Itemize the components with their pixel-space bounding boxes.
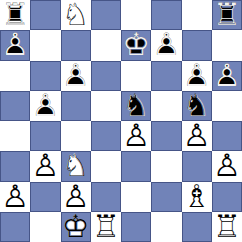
square-g4[interactable]: ♟♙ [182, 121, 212, 151]
square-a8[interactable]: ♜♖ [0, 0, 30, 30]
white-pawn: ♟♙ [182, 121, 212, 151]
square-a7[interactable]: ♟♙ [0, 30, 30, 60]
piece-fill-layer: ♟ [212, 150, 242, 180]
square-f8[interactable] [151, 0, 181, 30]
piece-outline-layer: ♙ [61, 60, 91, 90]
square-f4[interactable] [151, 121, 181, 151]
square-b5[interactable]: ♟♙ [30, 91, 60, 121]
square-g3[interactable] [182, 151, 212, 181]
square-e1[interactable] [121, 212, 151, 242]
piece-fill-layer: ♟ [182, 60, 212, 90]
piece-outline-layer: ♘ [121, 90, 151, 120]
square-c6[interactable]: ♟♙ [61, 61, 91, 91]
square-c8[interactable]: ♞♘ [61, 0, 91, 30]
piece-fill-layer: ♜ [0, 0, 30, 29]
square-h4[interactable] [212, 121, 242, 151]
square-b4[interactable] [30, 121, 60, 151]
square-d2[interactable] [91, 182, 121, 212]
piece-fill-layer: ♝ [182, 181, 212, 211]
piece-fill-layer: ♟ [0, 29, 30, 59]
piece-fill-layer: ♟ [30, 90, 60, 120]
square-c7[interactable] [61, 30, 91, 60]
square-d4[interactable] [91, 121, 121, 151]
piece-outline-layer: ♙ [182, 120, 212, 150]
square-a6[interactable] [0, 61, 30, 91]
white-pawn: ♟♙ [61, 182, 91, 212]
square-h5[interactable] [212, 91, 242, 121]
square-e3[interactable] [121, 151, 151, 181]
piece-outline-layer: ♘ [182, 90, 212, 120]
white-knight: ♞♘ [61, 151, 91, 181]
piece-outline-layer: ♖ [0, 0, 30, 29]
piece-outline-layer: ♙ [30, 90, 60, 120]
square-f2[interactable] [151, 182, 181, 212]
square-g6[interactable]: ♟♙ [182, 61, 212, 91]
square-b6[interactable] [30, 61, 60, 91]
square-h6[interactable]: ♟♙ [212, 61, 242, 91]
square-g5[interactable]: ♞♘ [182, 91, 212, 121]
piece-fill-layer: ♚ [61, 211, 91, 241]
square-b8[interactable] [30, 0, 60, 30]
square-e8[interactable] [121, 0, 151, 30]
piece-outline-layer: ♙ [30, 150, 60, 180]
square-c3[interactable]: ♞♘ [61, 151, 91, 181]
square-d1[interactable]: ♜♖ [91, 212, 121, 242]
square-c1[interactable]: ♚♔ [61, 212, 91, 242]
piece-fill-layer: ♜ [212, 0, 242, 29]
piece-outline-layer: ♗ [182, 181, 212, 211]
square-a3[interactable] [0, 151, 30, 181]
chess-board-window: ♜♖♞♘♜♖♟♙♚♔♟♙♟♙♟♙♟♙♟♙♞♘♞♘♟♙♟♙♟♙♞♘♟♙♟♙♟♙♝♗… [0, 0, 242, 242]
piece-fill-layer: ♚ [121, 29, 151, 59]
square-e6[interactable] [121, 61, 151, 91]
square-b2[interactable] [30, 182, 60, 212]
piece-fill-layer: ♞ [61, 150, 91, 180]
black-pawn: ♟♙ [182, 61, 212, 91]
square-e5[interactable]: ♞♘ [121, 91, 151, 121]
black-pawn: ♟♙ [151, 30, 181, 60]
square-b1[interactable] [30, 212, 60, 242]
black-pawn: ♟♙ [30, 91, 60, 121]
white-rook: ♜♖ [91, 212, 121, 242]
square-d5[interactable] [91, 91, 121, 121]
black-knight: ♞♘ [121, 91, 151, 121]
piece-fill-layer: ♞ [182, 90, 212, 120]
piece-outline-layer: ♙ [0, 29, 30, 59]
black-pawn: ♟♙ [61, 61, 91, 91]
piece-fill-layer: ♟ [30, 150, 60, 180]
square-g8[interactable] [182, 0, 212, 30]
piece-outline-layer: ♙ [151, 29, 181, 59]
black-knight: ♞♘ [182, 91, 212, 121]
black-pawn: ♟♙ [212, 61, 242, 91]
black-rook: ♜♖ [212, 0, 242, 30]
white-rook: ♜♖ [212, 212, 242, 242]
square-a4[interactable] [0, 121, 30, 151]
piece-outline-layer: ♘ [61, 150, 91, 180]
square-a5[interactable] [0, 91, 30, 121]
piece-outline-layer: ♘ [61, 0, 91, 29]
square-h8[interactable]: ♜♖ [212, 0, 242, 30]
piece-fill-layer: ♟ [0, 181, 30, 211]
piece-outline-layer: ♙ [0, 181, 30, 211]
square-a1[interactable] [0, 212, 30, 242]
square-h3[interactable]: ♟♙ [212, 151, 242, 181]
white-pawn: ♟♙ [212, 151, 242, 181]
square-d6[interactable] [91, 61, 121, 91]
piece-outline-layer: ♙ [121, 120, 151, 150]
square-f1[interactable] [151, 212, 181, 242]
piece-fill-layer: ♟ [61, 181, 91, 211]
piece-outline-layer: ♙ [212, 60, 242, 90]
piece-outline-layer: ♖ [212, 211, 242, 241]
square-f5[interactable] [151, 91, 181, 121]
piece-fill-layer: ♟ [61, 60, 91, 90]
chess-board: ♜♖♞♘♜♖♟♙♚♔♟♙♟♙♟♙♟♙♟♙♞♘♞♘♟♙♟♙♟♙♞♘♟♙♟♙♟♙♝♗… [0, 0, 242, 242]
piece-outline-layer: ♔ [121, 29, 151, 59]
square-g1[interactable] [182, 212, 212, 242]
piece-fill-layer: ♞ [61, 0, 91, 29]
square-c2[interactable]: ♟♙ [61, 182, 91, 212]
square-d7[interactable] [91, 30, 121, 60]
square-b3[interactable]: ♟♙ [30, 151, 60, 181]
piece-outline-layer: ♙ [212, 150, 242, 180]
piece-fill-layer: ♞ [121, 90, 151, 120]
square-h7[interactable] [212, 30, 242, 60]
piece-outline-layer: ♔ [61, 211, 91, 241]
white-king: ♚♔ [61, 212, 91, 242]
piece-fill-layer: ♟ [151, 29, 181, 59]
black-king: ♚♔ [121, 30, 151, 60]
square-f7[interactable]: ♟♙ [151, 30, 181, 60]
square-a2[interactable]: ♟♙ [0, 182, 30, 212]
white-pawn: ♟♙ [30, 151, 60, 181]
square-f6[interactable] [151, 61, 181, 91]
square-b7[interactable] [30, 30, 60, 60]
square-d8[interactable] [91, 0, 121, 30]
piece-fill-layer: ♟ [182, 120, 212, 150]
piece-outline-layer: ♖ [212, 0, 242, 29]
square-c4[interactable] [61, 121, 91, 151]
black-rook: ♜♖ [0, 0, 30, 30]
piece-outline-layer: ♙ [182, 60, 212, 90]
square-e2[interactable] [121, 182, 151, 212]
square-d3[interactable] [91, 151, 121, 181]
white-pawn: ♟♙ [0, 182, 30, 212]
square-h1[interactable]: ♜♖ [212, 212, 242, 242]
piece-fill-layer: ♜ [212, 211, 242, 241]
square-h2[interactable] [212, 182, 242, 212]
piece-fill-layer: ♟ [212, 60, 242, 90]
square-e4[interactable]: ♟♙ [121, 121, 151, 151]
piece-outline-layer: ♙ [61, 181, 91, 211]
piece-fill-layer: ♜ [91, 211, 121, 241]
black-pawn: ♟♙ [0, 30, 30, 60]
square-f3[interactable] [151, 151, 181, 181]
piece-fill-layer: ♟ [121, 120, 151, 150]
square-g2[interactable]: ♝♗ [182, 182, 212, 212]
square-e7[interactable]: ♚♔ [121, 30, 151, 60]
white-pawn: ♟♙ [121, 121, 151, 151]
square-c5[interactable] [61, 91, 91, 121]
white-bishop: ♝♗ [182, 182, 212, 212]
white-knight: ♞♘ [61, 0, 91, 30]
square-g7[interactable] [182, 30, 212, 60]
piece-outline-layer: ♖ [91, 211, 121, 241]
